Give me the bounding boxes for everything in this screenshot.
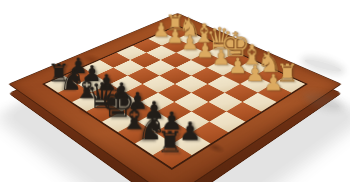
square-h2: ♟	[258, 84, 291, 102]
board-scene: ♜♞♝♛♚♝♞♜♟♟♟♟♟♟♟♟♟♟♟♟♟♟♟♟♜♞♝♛♚♝♞♜	[0, 0, 350, 182]
piece-white-pawn: ♟	[245, 64, 265, 85]
square-h8: ♜	[153, 143, 192, 167]
piece-black-rook: ♜	[157, 128, 184, 156]
piece-white-pawn: ♟	[227, 56, 246, 76]
chess-set-product-photo: ♜♞♝♛♚♝♞♜♟♟♟♟♟♟♟♟♟♟♟♟♟♟♟♟♜♞♝♛♚♝♞♜	[0, 0, 350, 182]
square-f4	[191, 84, 224, 102]
piece-white-pawn: ♟	[263, 72, 283, 93]
board-3d: ♜♞♝♛♚♝♞♜♟♟♟♟♟♟♟♟♟♟♟♟♟♟♟♟♜♞♝♛♚♝♞♜	[8, 13, 342, 182]
